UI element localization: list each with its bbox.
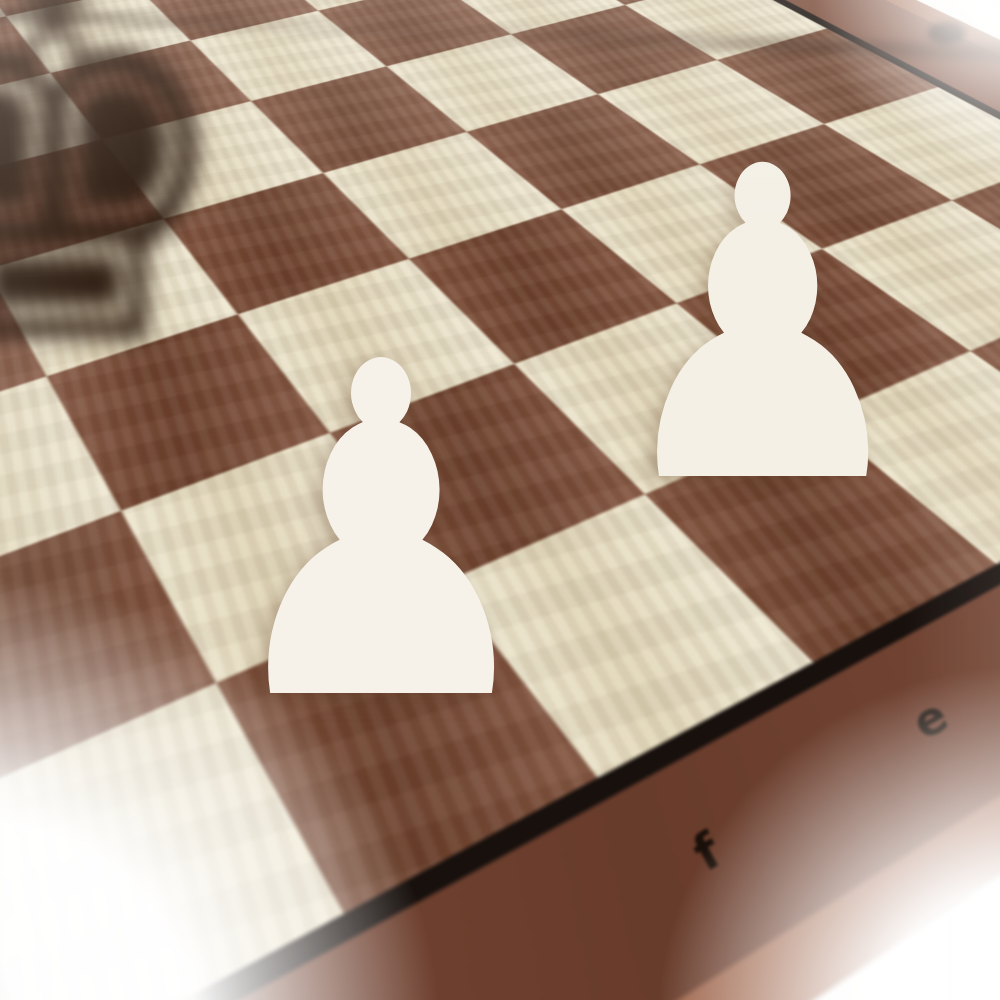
black-piece-g5: ♚ [0, 0, 190, 350]
black-king-icon: ♚ [0, 0, 238, 380]
board-hinge [928, 22, 966, 44]
white-pawn-d7: ♟ [570, 150, 860, 460]
white-pawn-icon: ♟ [212, 371, 550, 696]
white-pawn-icon: ♟ [605, 172, 921, 482]
chessboard-photo: e f ♟ ♟ ♚ [0, 0, 1000, 1000]
